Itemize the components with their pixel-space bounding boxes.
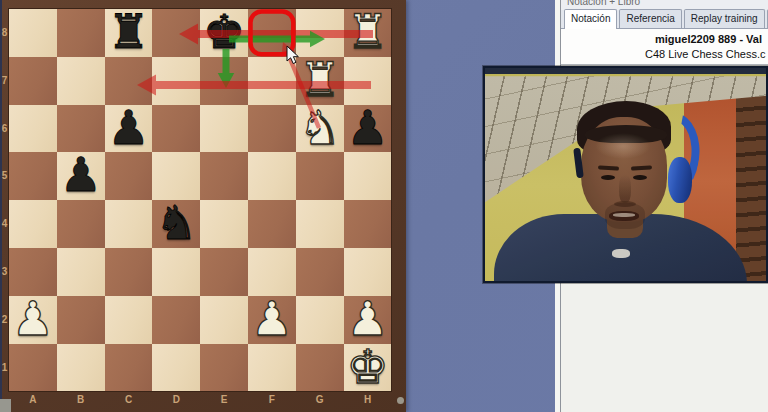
white-pawn-f2[interactable]: ♟ [248, 296, 296, 344]
game-event: C48 Live Chess Chess.c [645, 48, 765, 60]
rank-label-8: 8 [0, 9, 9, 57]
square-g5[interactable] [296, 152, 344, 200]
square-f1[interactable] [248, 344, 296, 392]
tab-notaci-n[interactable]: Notación [564, 9, 617, 29]
square-c3[interactable] [105, 248, 153, 296]
webcam-tint [485, 68, 766, 281]
rank-label-2: 2 [0, 296, 9, 344]
square-b4[interactable] [57, 200, 105, 248]
square-d8[interactable] [152, 9, 200, 57]
square-h7[interactable] [344, 57, 392, 105]
black-knight-d4[interactable]: ♞ [152, 200, 200, 248]
square-e3[interactable] [200, 248, 248, 296]
rank-label-1: 1 [0, 344, 9, 392]
square-g4[interactable] [296, 200, 344, 248]
square-h3[interactable] [344, 248, 392, 296]
square-b8[interactable] [57, 9, 105, 57]
white-rook-h8[interactable]: ♜ [344, 9, 392, 57]
square-d5[interactable] [152, 152, 200, 200]
tab-referencia[interactable]: Referencia [619, 9, 681, 28]
square-h5[interactable] [344, 152, 392, 200]
square-b2[interactable] [57, 296, 105, 344]
square-f3[interactable] [248, 248, 296, 296]
square-g1[interactable] [296, 344, 344, 392]
square-d2[interactable] [152, 296, 200, 344]
square-e7[interactable] [200, 57, 248, 105]
square-f4[interactable] [248, 200, 296, 248]
square-c7[interactable] [105, 57, 153, 105]
rank-label-5: 5 [0, 152, 9, 200]
file-label-d: D [152, 392, 200, 408]
white-rook-g7[interactable]: ♜ [296, 57, 344, 105]
white-pawn-h2[interactable]: ♟ [344, 296, 392, 344]
game-players: miguel2209 889 - Val [655, 33, 762, 45]
file-label-e: E [200, 392, 248, 408]
window-corner [0, 399, 11, 412]
game-header: miguel2209 889 - Val C48 Live Chess Ches… [561, 29, 768, 65]
square-a4[interactable] [9, 200, 57, 248]
white-knight-g6[interactable]: ♞ [296, 105, 344, 153]
square-d6[interactable] [152, 105, 200, 153]
square-a8[interactable] [9, 9, 57, 57]
square-e5[interactable] [200, 152, 248, 200]
file-label-b: B [57, 392, 105, 408]
tab-replay-training[interactable]: Replay training [684, 9, 765, 28]
rank-label-6: 6 [0, 105, 9, 153]
panel-tabbar: NotaciónReferenciaReplay trainingPlan E [561, 10, 768, 29]
square-a7[interactable] [9, 57, 57, 105]
chessboard-window: 87654321 ABCDEFGH ♜♚♜♜♟♞♟♟♞♟♟♟♚ [0, 0, 406, 412]
panel-title: Notación + Libro [567, 0, 640, 7]
rank-label-7: 7 [0, 57, 9, 105]
mouse-cursor [286, 46, 302, 66]
file-label-a: A [9, 392, 57, 408]
square-e6[interactable] [200, 105, 248, 153]
webcam-video [483, 66, 768, 283]
square-a5[interactable] [9, 152, 57, 200]
square-e1[interactable] [200, 344, 248, 392]
square-b7[interactable] [57, 57, 105, 105]
black-king-e8[interactable]: ♚ [200, 9, 248, 57]
square-a6[interactable] [9, 105, 57, 153]
square-e4[interactable] [200, 200, 248, 248]
file-label-g: G [296, 392, 344, 408]
square-f5[interactable] [248, 152, 296, 200]
black-rook-c8[interactable]: ♜ [105, 9, 153, 57]
square-b6[interactable] [57, 105, 105, 153]
square-a3[interactable] [9, 248, 57, 296]
square-c1[interactable] [105, 344, 153, 392]
square-g3[interactable] [296, 248, 344, 296]
square-d7[interactable] [152, 57, 200, 105]
square-b1[interactable] [57, 344, 105, 392]
square-c5[interactable] [105, 152, 153, 200]
black-pawn-b5[interactable]: ♟ [57, 152, 105, 200]
square-f6[interactable] [248, 105, 296, 153]
square-d3[interactable] [152, 248, 200, 296]
square-h4[interactable] [344, 200, 392, 248]
black-pawn-c6[interactable]: ♟ [105, 105, 153, 153]
file-label-h: H [344, 392, 392, 408]
square-e2[interactable] [200, 296, 248, 344]
white-pawn-a2[interactable]: ♟ [9, 296, 57, 344]
file-label-f: F [248, 392, 296, 408]
file-label-c: C [105, 392, 153, 408]
rank-label-4: 4 [0, 200, 9, 248]
black-pawn-h6[interactable]: ♟ [344, 105, 392, 153]
square-g8[interactable] [296, 9, 344, 57]
white-king-h1[interactable]: ♚ [344, 344, 392, 392]
square-d1[interactable] [152, 344, 200, 392]
square-c2[interactable] [105, 296, 153, 344]
square-c4[interactable] [105, 200, 153, 248]
square-b3[interactable] [57, 248, 105, 296]
square-g2[interactable] [296, 296, 344, 344]
board-frame-dot [397, 397, 404, 404]
square-a1[interactable] [9, 344, 57, 392]
rank-label-3: 3 [0, 248, 9, 296]
